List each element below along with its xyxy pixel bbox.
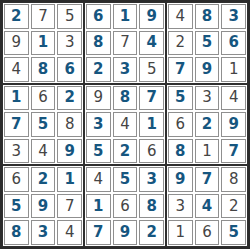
cell-r3c6[interactable]: 5 (139, 57, 164, 82)
cell-r7c2[interactable]: 2 (31, 167, 56, 192)
cell-r9c7[interactable]: 1 (168, 220, 193, 245)
cell-r4c7[interactable]: 5 (168, 86, 193, 111)
cell-r8c1[interactable]: 5 (4, 194, 29, 219)
cell-r3c4[interactable]: 2 (86, 57, 111, 82)
cell-r2c2[interactable]: 1 (31, 31, 56, 56)
cell-r3c7[interactable]: 7 (168, 57, 193, 82)
cell-r2c5[interactable]: 7 (113, 31, 138, 56)
cell-r1c6[interactable]: 9 (139, 4, 164, 29)
cell-r2c8[interactable]: 5 (195, 31, 220, 56)
cell-r1c8[interactable]: 8 (195, 4, 220, 29)
cell-r1c5[interactable]: 1 (113, 4, 138, 29)
cell-r5c4[interactable]: 3 (86, 112, 111, 137)
cell-r7c9[interactable]: 8 (221, 167, 246, 192)
cell-r2c7[interactable]: 2 (168, 31, 193, 56)
cell-r9c8[interactable]: 6 (195, 220, 220, 245)
cell-r5c5[interactable]: 4 (113, 112, 138, 137)
cell-r1c4[interactable]: 6 (86, 4, 111, 29)
cell-r6c9[interactable]: 7 (221, 139, 246, 164)
cell-r6c8[interactable]: 1 (195, 139, 220, 164)
cell-r6c5[interactable]: 2 (113, 139, 138, 164)
cell-r8c2[interactable]: 9 (31, 194, 56, 219)
cell-r5c1[interactable]: 7 (4, 112, 29, 137)
cell-r4c1[interactable]: 1 (4, 86, 29, 111)
cell-r8c6[interactable]: 8 (139, 194, 164, 219)
cell-r8c4[interactable]: 1 (86, 194, 111, 219)
cell-r7c6[interactable]: 3 (139, 167, 164, 192)
cell-r4c4[interactable]: 9 (86, 86, 111, 111)
cell-r1c9[interactable]: 3 (221, 4, 246, 29)
cell-r9c9[interactable]: 5 (221, 220, 246, 245)
cell-r8c9[interactable]: 2 (221, 194, 246, 219)
cell-r2c6[interactable]: 4 (139, 31, 164, 56)
cell-r6c3[interactable]: 9 (57, 139, 82, 164)
sudoku-box-1: 619874235 (84, 2, 166, 84)
cell-r4c8[interactable]: 3 (195, 86, 220, 111)
cell-r7c3[interactable]: 1 (57, 167, 82, 192)
sudoku-box-8: 978342165 (166, 165, 248, 247)
cell-r8c8[interactable]: 4 (195, 194, 220, 219)
cell-r5c6[interactable]: 1 (139, 112, 164, 137)
cell-r9c3[interactable]: 4 (57, 220, 82, 245)
cell-r6c7[interactable]: 8 (168, 139, 193, 164)
sudoku-box-7: 453168792 (84, 165, 166, 247)
cell-r4c6[interactable]: 7 (139, 86, 164, 111)
cell-r9c4[interactable]: 7 (86, 220, 111, 245)
cell-r2c1[interactable]: 9 (4, 31, 29, 56)
cell-r1c1[interactable]: 2 (4, 4, 29, 29)
cell-r7c1[interactable]: 6 (4, 167, 29, 192)
cell-r5c3[interactable]: 8 (57, 112, 82, 137)
cell-r7c4[interactable]: 4 (86, 167, 111, 192)
cell-r8c5[interactable]: 6 (113, 194, 138, 219)
sudoku-box-4: 987341526 (84, 84, 166, 166)
sudoku-board: 2759134866198742354832567911627583499873… (0, 0, 250, 249)
cell-r1c3[interactable]: 5 (57, 4, 82, 29)
cell-r6c2[interactable]: 4 (31, 139, 56, 164)
cell-r7c5[interactable]: 5 (113, 167, 138, 192)
cell-r7c8[interactable]: 7 (195, 167, 220, 192)
sudoku-box-3: 162758349 (2, 84, 84, 166)
cell-r8c3[interactable]: 7 (57, 194, 82, 219)
cell-r5c9[interactable]: 9 (221, 112, 246, 137)
cell-r3c5[interactable]: 3 (113, 57, 138, 82)
cell-r3c8[interactable]: 9 (195, 57, 220, 82)
sudoku-box-5: 534629817 (166, 84, 248, 166)
cell-r7c7[interactable]: 9 (168, 167, 193, 192)
cell-r5c7[interactable]: 6 (168, 112, 193, 137)
cell-r3c2[interactable]: 8 (31, 57, 56, 82)
cell-r1c2[interactable]: 7 (31, 4, 56, 29)
cell-r9c1[interactable]: 8 (4, 220, 29, 245)
cell-r5c8[interactable]: 2 (195, 112, 220, 137)
cell-r8c7[interactable]: 3 (168, 194, 193, 219)
sudoku-box-2: 483256791 (166, 2, 248, 84)
cell-r4c9[interactable]: 4 (221, 86, 246, 111)
cell-r9c5[interactable]: 9 (113, 220, 138, 245)
cell-r3c9[interactable]: 1 (221, 57, 246, 82)
cell-r4c5[interactable]: 8 (113, 86, 138, 111)
cell-r9c6[interactable]: 2 (139, 220, 164, 245)
cell-r2c3[interactable]: 3 (57, 31, 82, 56)
cell-r4c2[interactable]: 6 (31, 86, 56, 111)
cell-r6c1[interactable]: 3 (4, 139, 29, 164)
sudoku-box-6: 621597834 (2, 165, 84, 247)
cell-r6c4[interactable]: 5 (86, 139, 111, 164)
cell-r5c2[interactable]: 5 (31, 112, 56, 137)
cell-r1c7[interactable]: 4 (168, 4, 193, 29)
cell-r9c2[interactable]: 3 (31, 220, 56, 245)
cell-r3c1[interactable]: 4 (4, 57, 29, 82)
cell-r6c6[interactable]: 6 (139, 139, 164, 164)
cell-r3c3[interactable]: 6 (57, 57, 82, 82)
cell-r2c4[interactable]: 8 (86, 31, 111, 56)
sudoku-box-0: 275913486 (2, 2, 84, 84)
cell-r2c9[interactable]: 6 (221, 31, 246, 56)
cell-r4c3[interactable]: 2 (57, 86, 82, 111)
